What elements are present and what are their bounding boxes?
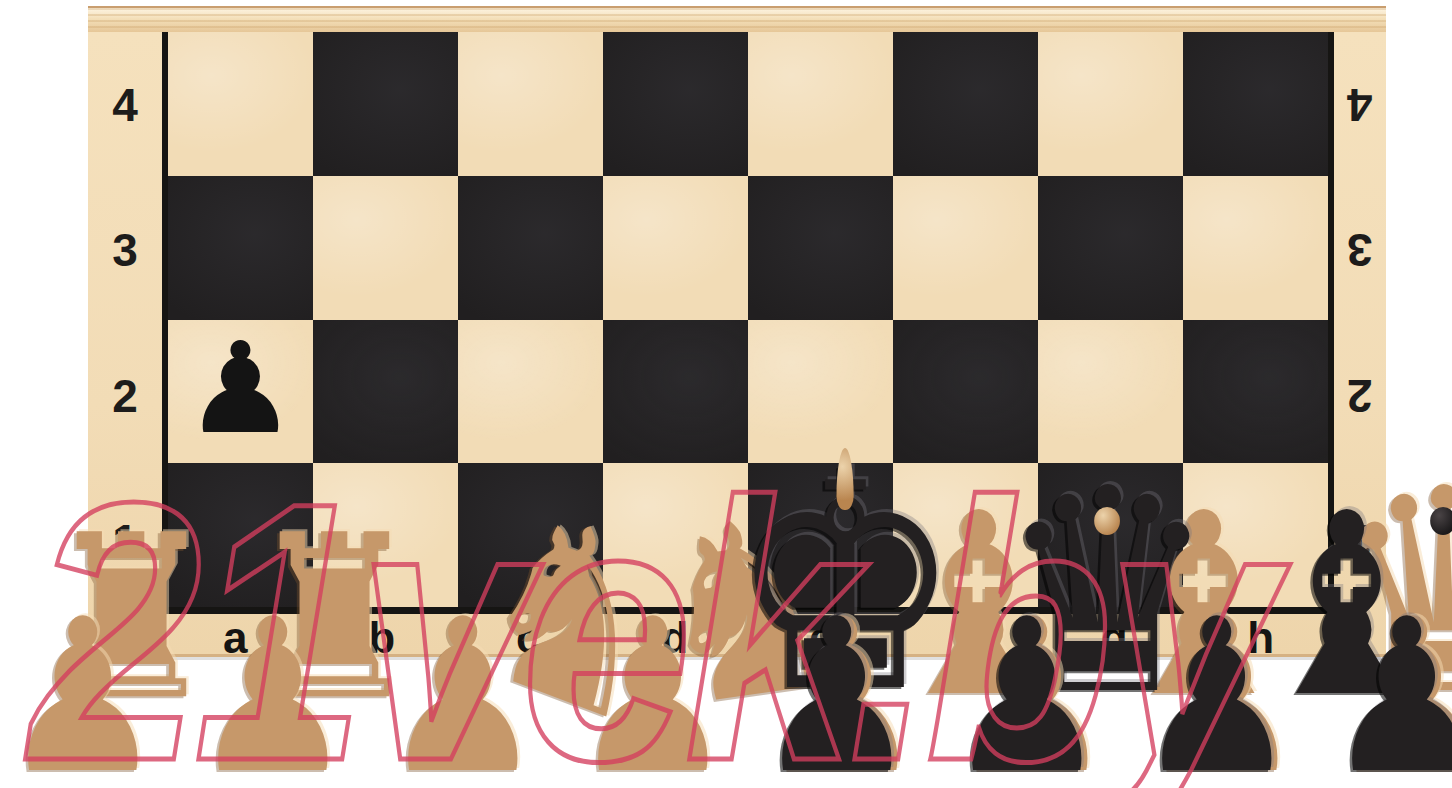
square-b3 (313, 176, 458, 320)
square-b4 (313, 32, 458, 176)
rank-label-4: 4 (1334, 32, 1386, 178)
rank-label-4: 4 (88, 32, 162, 178)
square-d4 (603, 32, 748, 176)
square-h3 (1183, 176, 1328, 320)
square-c3 (458, 176, 603, 320)
square-f4 (893, 32, 1038, 176)
board-top-edge (88, 6, 1386, 34)
square-c4 (458, 32, 603, 176)
rank-label-3: 3 (88, 178, 162, 324)
square-h4 (1183, 32, 1328, 176)
dark-pawn: ♟ (1325, 599, 1452, 788)
rank-label-3: 3 (1334, 178, 1386, 324)
square-g4 (1038, 32, 1183, 176)
square-g3 (1038, 176, 1183, 320)
product-photo: 4321 ♟ 4321 abcdefgh ♜♜♞♞♝♝♛♚ ♚♛♝♝♞♞♜♜ ♟… (0, 0, 1452, 788)
square-d3 (603, 176, 748, 320)
watermark: 21vek.by (30, 448, 1269, 788)
square-e3 (748, 176, 893, 320)
square-f3 (893, 176, 1038, 320)
square-a3 (168, 176, 313, 320)
square-a4 (168, 32, 313, 176)
square-e4 (748, 32, 893, 176)
